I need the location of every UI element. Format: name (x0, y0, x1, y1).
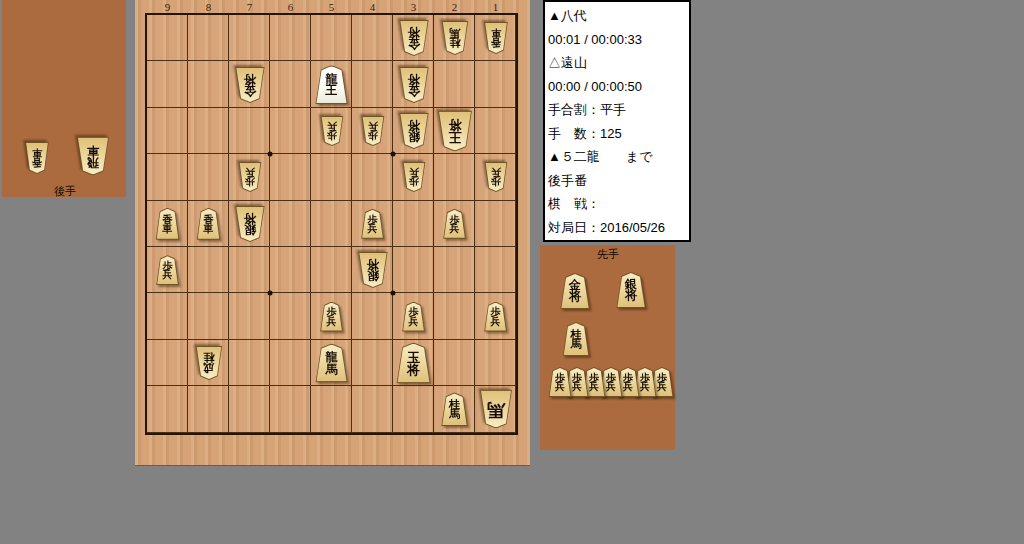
piece-face: 香車 (156, 209, 179, 239)
piece-kanji: 歩 (245, 177, 255, 186)
piece-kanji: 王 (448, 131, 461, 143)
piece-kanji: 将 (244, 74, 256, 85)
last-move-line: ▲５二龍 まで (548, 145, 686, 169)
piece-kanji: 兵 (589, 382, 599, 391)
piece-kanji: 桂 (203, 353, 214, 363)
handicap-line: 手合割：平手 (548, 98, 686, 122)
board-square-3五[interactable] (393, 201, 434, 247)
piece-kanji: 兵 (409, 168, 419, 177)
piece-face: 飛車 (77, 138, 109, 175)
board-square-9一[interactable] (147, 15, 188, 61)
piece-歩兵-3七[interactable]: 歩兵 (402, 302, 426, 332)
piece-kanji: 兵 (245, 168, 255, 177)
piece-kanji: 将 (367, 259, 379, 270)
piece-kanji: 兵 (657, 382, 667, 391)
piece-歩兵-5七[interactable]: 歩兵 (320, 302, 344, 332)
star-point (268, 152, 273, 157)
star-point (391, 152, 396, 157)
piece-香車-1一[interactable]: 香車 (483, 22, 508, 54)
piece-kanji: 兵 (640, 382, 650, 391)
piece-face: 香車 (197, 209, 220, 239)
star-point (268, 291, 273, 296)
piece-kanji: 桂 (449, 38, 460, 48)
board-square-6六[interactable] (270, 247, 311, 293)
board-square-3六[interactable] (393, 247, 434, 293)
piece-成桂-8八[interactable]: 成桂 (195, 346, 223, 380)
side-to-move-line: 後手番 (548, 169, 686, 193)
board-square-4二[interactable] (352, 61, 393, 108)
piece-kanji: 兵 (368, 122, 378, 131)
board-square-5五[interactable] (311, 201, 352, 247)
piece-kanji: 飛 (87, 156, 99, 167)
star-point (391, 291, 396, 296)
piece-kanji: 兵 (491, 168, 501, 177)
board-square-6四[interactable] (270, 154, 311, 201)
board-square-8二[interactable] (188, 61, 229, 108)
piece-kanji: 歩 (491, 177, 501, 186)
file-label-2: 2 (452, 1, 458, 13)
piece-kanji: 歩 (368, 131, 378, 140)
gote-player-name: △遠山 (548, 51, 686, 75)
piece-歩兵-1四[interactable]: 歩兵 (484, 162, 508, 192)
file-label-1: 1 (493, 1, 499, 13)
board-square-7六[interactable] (229, 247, 270, 293)
piece-桂馬-2一[interactable]: 桂馬 (441, 21, 469, 55)
piece-kanji: 車 (163, 224, 173, 233)
board-square-2二[interactable] (434, 61, 475, 108)
board-square-8四[interactable] (188, 154, 229, 201)
piece-kanji: 兵 (368, 224, 378, 233)
file-label-9: 9 (165, 1, 171, 13)
board-square-4八[interactable] (352, 340, 393, 386)
piece-kanji: 兵 (572, 382, 582, 391)
file-label-3: 3 (411, 1, 417, 13)
board-square-2六[interactable] (434, 247, 475, 293)
board-square-9七[interactable] (147, 293, 188, 340)
piece-龍馬-5八[interactable]: 龍馬 (315, 344, 349, 383)
piece-銀将-3三[interactable]: 銀将 (398, 113, 429, 149)
board-square-4九[interactable] (352, 386, 393, 433)
board-square-9八[interactable] (147, 340, 188, 386)
board-square-3九[interactable] (393, 386, 434, 433)
file-label-5: 5 (329, 1, 335, 13)
gote-clock: 00:00 / 00:00:50 (548, 75, 686, 99)
piece-kanji: 兵 (409, 317, 419, 326)
board-square-5一[interactable] (311, 15, 352, 61)
piece-歩兵-4五[interactable]: 歩兵 (361, 209, 385, 239)
piece-kanji: 馬 (487, 401, 505, 418)
board-square-4四[interactable] (352, 154, 393, 201)
piece-香車[interactable]: 香車 (25, 142, 50, 174)
piece-金将-7二[interactable]: 金将 (234, 67, 265, 103)
gote-tray-label: 後手 (54, 184, 76, 199)
piece-kanji: 兵 (491, 317, 501, 326)
piece-桂馬[interactable]: 桂馬 (562, 322, 590, 356)
piece-kanji: 馬 (326, 363, 338, 374)
board-square-9九[interactable] (147, 386, 188, 433)
piece-kanji: 将 (408, 74, 420, 85)
piece-kanji: 将 (408, 27, 420, 38)
board-square-8六[interactable] (188, 247, 229, 293)
board-square-4一[interactable] (352, 15, 393, 61)
board-square-8一[interactable] (188, 15, 229, 61)
piece-kanji: 馬 (449, 409, 460, 419)
board-square-1二[interactable] (475, 61, 516, 108)
piece-銀将[interactable]: 銀将 (616, 272, 647, 308)
file-label-8: 8 (206, 1, 212, 13)
board-square-9三[interactable] (147, 108, 188, 154)
board-square-2四[interactable] (434, 154, 475, 201)
piece-kanji: 成 (203, 363, 214, 373)
board-square-2八[interactable] (434, 340, 475, 386)
board-square-1五[interactable] (475, 201, 516, 247)
board-square-5九[interactable] (311, 386, 352, 433)
piece-玉将-3八[interactable]: 玉将 (396, 343, 432, 384)
board-square-6三[interactable] (270, 108, 311, 154)
board-square-9二[interactable] (147, 61, 188, 108)
piece-face: 香車 (26, 143, 49, 173)
move-count-line: 手 数：125 (548, 122, 686, 146)
piece-face: 銀将 (617, 273, 646, 307)
piece-歩兵[interactable]: 歩兵 (548, 367, 572, 397)
piece-香車-8五[interactable]: 香車 (196, 208, 221, 240)
piece-金将-3一[interactable]: 金将 (398, 20, 429, 56)
piece-kanji: 馬 (449, 28, 460, 38)
board-square-2七[interactable] (434, 293, 475, 340)
piece-face: 玉将 (397, 344, 431, 383)
game-info-panel: ▲八代 00:01 / 00:00:33 △遠山 00:00 / 00:00:5… (543, 0, 691, 242)
file-label-7: 7 (247, 1, 253, 13)
board-square-5六[interactable] (311, 247, 352, 293)
file-label-6: 6 (288, 1, 294, 13)
board-square-6二[interactable] (270, 61, 311, 108)
piece-kanji: 歩 (409, 177, 419, 186)
piece-kanji: 兵 (327, 122, 337, 131)
piece-kanji: 将 (569, 291, 581, 302)
piece-kanji: 将 (407, 363, 420, 375)
piece-龍王-5二[interactable]: 龍王 (315, 65, 349, 104)
board-square-6七[interactable] (270, 293, 311, 340)
piece-kanji: 王 (326, 85, 338, 96)
piece-歩兵-5三[interactable]: 歩兵 (320, 116, 344, 146)
piece-香車-9五[interactable]: 香車 (155, 208, 180, 240)
board-square-8三[interactable] (188, 108, 229, 154)
board-square-7八[interactable] (229, 340, 270, 386)
piece-kanji: 香 (32, 158, 42, 167)
piece-kanji: 兵 (450, 224, 460, 233)
piece-kanji: 車 (87, 145, 99, 156)
piece-歩兵-3四[interactable]: 歩兵 (402, 162, 426, 192)
sente-player-name: ▲八代 (548, 4, 686, 28)
shogi-app-window: { "game": "shogi", "position": { "sfen":… (0, 0, 1024, 544)
piece-飛車[interactable]: 飛車 (76, 137, 110, 176)
piece-face: 龍馬 (316, 345, 348, 382)
file-label-4: 4 (370, 1, 376, 13)
board-square-6八[interactable] (270, 340, 311, 386)
piece-kanji: 将 (625, 290, 637, 301)
piece-face: 龍王 (316, 66, 348, 103)
board-square-1八[interactable] (475, 340, 516, 386)
game-date-line: 対局日：2016/05/26 (548, 216, 686, 240)
piece-金将[interactable]: 金将 (560, 273, 591, 309)
piece-kanji: 兵 (327, 317, 337, 326)
board-square-7一[interactable] (229, 15, 270, 61)
piece-kanji: 香 (491, 38, 501, 47)
piece-桂馬-2九[interactable]: 桂馬 (441, 392, 469, 426)
piece-kanji: 歩 (327, 131, 337, 140)
piece-kanji: 車 (32, 149, 42, 158)
board-square-1六[interactable] (475, 247, 516, 293)
piece-銀将-4六[interactable]: 銀将 (357, 252, 388, 288)
piece-kanji: 将 (408, 120, 420, 131)
piece-王将-2三[interactable]: 王将 (437, 111, 473, 152)
piece-kanji: 兵 (555, 382, 565, 391)
board-square-6一[interactable] (270, 15, 311, 61)
piece-馬-1九[interactable]: 馬 (479, 390, 513, 429)
piece-face: 桂馬 (442, 393, 468, 425)
piece-face: 金将 (561, 274, 590, 308)
piece-kanji: 車 (491, 29, 501, 38)
board-square-9四[interactable] (147, 154, 188, 201)
piece-歩兵-9六[interactable]: 歩兵 (156, 255, 180, 285)
board-square-7七[interactable] (229, 293, 270, 340)
piece-kanji: 馬 (571, 339, 582, 349)
piece-歩兵-7四[interactable]: 歩兵 (238, 162, 262, 192)
board-square-5四[interactable] (311, 154, 352, 201)
tournament-line: 棋 戦： (548, 192, 686, 216)
piece-銀将-7五[interactable]: 銀将 (234, 206, 265, 242)
board-square-8七[interactable] (188, 293, 229, 340)
board-square-8九[interactable] (188, 386, 229, 433)
piece-kanji: 将 (448, 119, 461, 131)
piece-kanji: 将 (244, 213, 256, 224)
board-square-6五[interactable] (270, 201, 311, 247)
piece-kanji: 車 (204, 224, 214, 233)
piece-face: 桂馬 (563, 323, 589, 355)
board-square-1三[interactable] (475, 108, 516, 154)
piece-kanji: 兵 (623, 382, 633, 391)
piece-歩兵-1七[interactable]: 歩兵 (484, 302, 508, 332)
sente-tray-label: 先手 (597, 247, 619, 262)
piece-歩兵-2五[interactable]: 歩兵 (443, 209, 467, 239)
board-square-4七[interactable] (352, 293, 393, 340)
piece-kanji: 兵 (606, 382, 616, 391)
piece-kanji: 兵 (163, 270, 173, 279)
piece-歩兵-4三[interactable]: 歩兵 (361, 116, 385, 146)
board-square-7三[interactable] (229, 108, 270, 154)
piece-金将-3二[interactable]: 金将 (398, 67, 429, 103)
sente-clock: 00:01 / 00:00:33 (548, 28, 686, 52)
board-square-7九[interactable] (229, 386, 270, 433)
board-square-6九[interactable] (270, 386, 311, 433)
